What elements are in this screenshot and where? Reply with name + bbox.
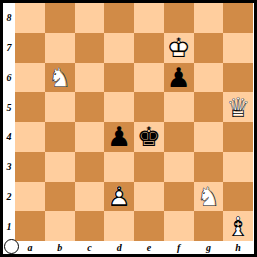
square-d6[interactable] [104, 63, 134, 93]
square-e3[interactable] [134, 152, 164, 182]
square-a8[interactable] [15, 3, 45, 33]
square-h7[interactable] [223, 33, 253, 63]
square-g8[interactable] [194, 3, 224, 33]
piece-outline: ♕ [223, 92, 253, 122]
white-queen: ♛♕ [223, 92, 253, 122]
square-f7[interactable]: ♚♔ [164, 33, 194, 63]
piece-outline: ♘ [194, 182, 224, 212]
square-g5[interactable] [194, 92, 224, 122]
square-b3[interactable] [45, 152, 75, 182]
white-king: ♚♔ [164, 33, 194, 63]
square-g2[interactable]: ♞♘ [194, 182, 224, 212]
square-a7[interactable] [15, 33, 45, 63]
square-e5[interactable] [134, 92, 164, 122]
piece-glyph: ♟ [164, 63, 194, 93]
chess-board: ♚♔♞♘♟♛♕♟♚♟♙♞♘♝♗ [15, 3, 253, 241]
black-pawn: ♟ [164, 63, 194, 93]
square-e6[interactable] [134, 63, 164, 93]
square-b6[interactable]: ♞♘ [45, 63, 75, 93]
square-a4[interactable] [15, 122, 45, 152]
white-knight: ♞♘ [45, 63, 75, 93]
white-pawn: ♟♙ [104, 182, 134, 212]
rank-labels: 87654321 [3, 3, 15, 241]
square-c8[interactable] [75, 3, 105, 33]
square-b8[interactable] [45, 3, 75, 33]
board-gutter: 87654321 ♚♔♞♘♟♛♕♟♚♟♙♞♘♝♗ abcdefgh [3, 3, 254, 254]
piece-outline: ♔ [164, 33, 194, 63]
square-g3[interactable] [194, 152, 224, 182]
square-f3[interactable] [164, 152, 194, 182]
square-c2[interactable] [75, 182, 105, 212]
rank-label-4: 4 [3, 122, 15, 152]
square-a3[interactable] [15, 152, 45, 182]
file-labels: abcdefgh [15, 241, 253, 254]
square-a2[interactable] [15, 182, 45, 212]
rank-label-2: 2 [3, 182, 15, 212]
square-a6[interactable] [15, 63, 45, 93]
piece-outline: ♗ [223, 211, 253, 241]
square-f4[interactable] [164, 122, 194, 152]
square-c5[interactable] [75, 92, 105, 122]
square-g7[interactable] [194, 33, 224, 63]
square-b7[interactable] [45, 33, 75, 63]
piece-glyph: ♟ [104, 122, 134, 152]
piece-outline: ♘ [45, 63, 75, 93]
square-a5[interactable] [15, 92, 45, 122]
white-bishop: ♝♗ [223, 211, 253, 241]
rank-label-1: 1 [3, 211, 15, 241]
square-f1[interactable] [164, 211, 194, 241]
square-c7[interactable] [75, 33, 105, 63]
square-g1[interactable] [194, 211, 224, 241]
file-label-d: d [104, 241, 134, 254]
square-h6[interactable] [223, 63, 253, 93]
square-c1[interactable] [75, 211, 105, 241]
rank-label-6: 6 [3, 63, 15, 93]
black-king: ♚ [134, 122, 164, 152]
square-d3[interactable] [104, 152, 134, 182]
square-f8[interactable] [164, 3, 194, 33]
square-b2[interactable] [45, 182, 75, 212]
square-e8[interactable] [134, 3, 164, 33]
square-b1[interactable] [45, 211, 75, 241]
square-e1[interactable] [134, 211, 164, 241]
square-a1[interactable] [15, 211, 45, 241]
white-to-move-indicator [4, 239, 19, 254]
square-f2[interactable] [164, 182, 194, 212]
file-label-g: g [194, 241, 224, 254]
rank-label-8: 8 [3, 3, 15, 33]
black-pawn: ♟ [104, 122, 134, 152]
file-label-f: f [164, 241, 194, 254]
rank-label-5: 5 [3, 92, 15, 122]
square-g6[interactable] [194, 63, 224, 93]
file-label-h: h [223, 241, 253, 254]
white-knight: ♞♘ [194, 182, 224, 212]
square-c6[interactable] [75, 63, 105, 93]
square-c4[interactable] [75, 122, 105, 152]
square-d8[interactable] [104, 3, 134, 33]
square-h3[interactable] [223, 152, 253, 182]
square-e4[interactable]: ♚ [134, 122, 164, 152]
square-g4[interactable] [194, 122, 224, 152]
square-h5[interactable]: ♛♕ [223, 92, 253, 122]
file-label-e: e [134, 241, 164, 254]
square-h8[interactable] [223, 3, 253, 33]
square-f5[interactable] [164, 92, 194, 122]
square-b5[interactable] [45, 92, 75, 122]
square-c3[interactable] [75, 152, 105, 182]
file-label-c: c [75, 241, 105, 254]
piece-glyph: ♚ [134, 122, 164, 152]
file-label-b: b [45, 241, 75, 254]
square-e7[interactable] [134, 33, 164, 63]
square-f6[interactable]: ♟ [164, 63, 194, 93]
file-label-a: a [15, 241, 45, 254]
square-h4[interactable] [223, 122, 253, 152]
square-b4[interactable] [45, 122, 75, 152]
chess-diagram: 87654321 ♚♔♞♘♟♛♕♟♚♟♙♞♘♝♗ abcdefgh [0, 0, 257, 257]
square-h2[interactable] [223, 182, 253, 212]
square-h1[interactable]: ♝♗ [223, 211, 253, 241]
square-e2[interactable] [134, 182, 164, 212]
square-d7[interactable] [104, 33, 134, 63]
square-d5[interactable] [104, 92, 134, 122]
piece-outline: ♙ [104, 182, 134, 212]
square-d4[interactable]: ♟ [104, 122, 134, 152]
square-d1[interactable] [104, 211, 134, 241]
square-d2[interactable]: ♟♙ [104, 182, 134, 212]
rank-label-7: 7 [3, 33, 15, 63]
rank-label-3: 3 [3, 152, 15, 182]
